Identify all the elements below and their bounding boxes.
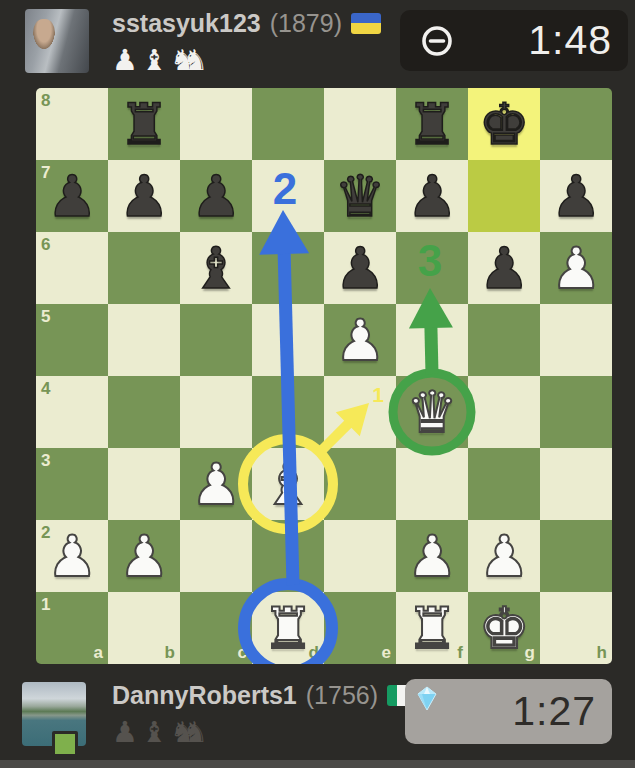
- file-label-h: h: [597, 643, 607, 663]
- diamond-gem-icon: [412, 684, 442, 714]
- rank-label-4: 4: [41, 379, 50, 399]
- square-c7[interactable]: ♟: [180, 160, 252, 232]
- square-d4[interactable]: [252, 376, 324, 448]
- square-a5[interactable]: 5: [36, 304, 108, 376]
- white-pawn-e5[interactable]: ♟: [324, 304, 396, 376]
- file-label-e: e: [382, 643, 391, 663]
- white-queen-f4[interactable]: ♛: [396, 376, 468, 448]
- square-e5[interactable]: ♟: [324, 304, 396, 376]
- square-c8[interactable]: [180, 88, 252, 160]
- square-e1[interactable]: e: [324, 592, 396, 664]
- square-d1[interactable]: d♜: [252, 592, 324, 664]
- square-g3[interactable]: [468, 448, 540, 520]
- square-c3[interactable]: ♟: [180, 448, 252, 520]
- white-pawn-a2[interactable]: ♟: [36, 520, 108, 592]
- top-clock-time: 1:48: [528, 17, 612, 64]
- square-d3[interactable]: ♝: [252, 448, 324, 520]
- square-a2[interactable]: 2♟: [36, 520, 108, 592]
- captured-knight-icon: ♞: [182, 45, 208, 75]
- black-pawn-f7[interactable]: ♟: [396, 160, 468, 232]
- captured-knight-icon: ♞: [182, 717, 208, 747]
- bottom-captured-pieces-tray: ♟♝♞♞: [112, 713, 417, 747]
- square-b4[interactable]: [108, 376, 180, 448]
- top-player-username[interactable]: sstasyuk123: [112, 9, 261, 38]
- square-h3[interactable]: [540, 448, 612, 520]
- square-g1[interactable]: g♚: [468, 592, 540, 664]
- square-f2[interactable]: ♟: [396, 520, 468, 592]
- captured-pawn-icon: ♟: [112, 717, 138, 747]
- square-e7[interactable]: ♛: [324, 160, 396, 232]
- bottom-player-username[interactable]: DannyRoberts1: [112, 681, 297, 710]
- square-h4[interactable]: [540, 376, 612, 448]
- black-rook-b8[interactable]: ♜: [108, 88, 180, 160]
- square-h1[interactable]: h: [540, 592, 612, 664]
- square-f8[interactable]: ♜: [396, 88, 468, 160]
- square-b3[interactable]: [108, 448, 180, 520]
- square-g7[interactable]: [468, 160, 540, 232]
- square-h8[interactable]: [540, 88, 612, 160]
- square-e4[interactable]: [324, 376, 396, 448]
- square-b2[interactable]: ♟: [108, 520, 180, 592]
- white-king-g1[interactable]: ♚: [468, 592, 540, 664]
- square-a4[interactable]: 4: [36, 376, 108, 448]
- square-a3[interactable]: 3: [36, 448, 108, 520]
- square-f3[interactable]: [396, 448, 468, 520]
- square-f7[interactable]: ♟: [396, 160, 468, 232]
- bottom-player-bar: DannyRoberts1 (1756) ♟♝♞♞ 1:27: [0, 678, 635, 754]
- white-pawn-f2[interactable]: ♟: [396, 520, 468, 592]
- square-d8[interactable]: [252, 88, 324, 160]
- square-b5[interactable]: [108, 304, 180, 376]
- bottom-clock-time: 1:27: [512, 688, 596, 735]
- captured-bishop-icon: ♝: [141, 717, 167, 747]
- square-f4[interactable]: ♛: [396, 376, 468, 448]
- file-label-a: a: [94, 643, 103, 663]
- black-pawn-c7[interactable]: ♟: [180, 160, 252, 232]
- chess-board[interactable]: 8♜♜♚7♟♟♟♛♟♟6♝♟♟♟5♟4♛3♟♝2♟♟♟♟1abcd♜ef♜g♚h…: [36, 88, 612, 664]
- square-f5[interactable]: [396, 304, 468, 376]
- square-b8[interactable]: ♜: [108, 88, 180, 160]
- square-g4[interactable]: [468, 376, 540, 448]
- rank-label-1: 1: [41, 595, 50, 615]
- square-c4[interactable]: [180, 376, 252, 448]
- captured-bishop-icon: ♝: [141, 45, 167, 75]
- square-d5[interactable]: [252, 304, 324, 376]
- top-captured-pieces-tray: ♟♝♞♞: [112, 41, 381, 75]
- square-e6[interactable]: ♟: [324, 232, 396, 304]
- ukraine-flag-icon: [351, 13, 381, 34]
- black-queen-e7[interactable]: ♛: [324, 160, 396, 232]
- top-player-rating: (1879): [270, 9, 342, 38]
- square-a7[interactable]: 7♟: [36, 160, 108, 232]
- square-d2[interactable]: [252, 520, 324, 592]
- square-g6[interactable]: ♟: [468, 232, 540, 304]
- bottom-player-rating: (1756): [306, 681, 378, 710]
- square-f1[interactable]: f♜: [396, 592, 468, 664]
- square-e2[interactable]: [324, 520, 396, 592]
- black-bishop-c6[interactable]: ♝: [180, 232, 252, 304]
- black-pawn-e6[interactable]: ♟: [324, 232, 396, 304]
- top-player-avatar[interactable]: [25, 9, 89, 73]
- square-g2[interactable]: ♟: [468, 520, 540, 592]
- online-status-badge: [52, 731, 78, 757]
- black-pawn-h7[interactable]: ♟: [540, 160, 612, 232]
- square-h6[interactable]: ♟: [540, 232, 612, 304]
- black-pawn-g6[interactable]: ♟: [468, 232, 540, 304]
- square-e3[interactable]: [324, 448, 396, 520]
- square-e8[interactable]: [324, 88, 396, 160]
- rank-label-5: 5: [41, 307, 50, 327]
- square-h7[interactable]: ♟: [540, 160, 612, 232]
- white-pawn-c3[interactable]: ♟: [180, 448, 252, 520]
- square-c1[interactable]: c: [180, 592, 252, 664]
- file-label-b: b: [165, 643, 175, 663]
- rank-label-3: 3: [41, 451, 50, 471]
- square-b7[interactable]: ♟: [108, 160, 180, 232]
- white-bishop-d3[interactable]: ♝: [252, 448, 324, 520]
- square-d7[interactable]: [252, 160, 324, 232]
- square-d6[interactable]: [252, 232, 324, 304]
- top-player-bar: sstasyuk123 (1879) ♟♝♞♞ 1:48: [0, 6, 635, 82]
- captured-pawn-icon: ♟: [112, 45, 138, 75]
- white-pawn-b2[interactable]: ♟: [108, 520, 180, 592]
- rank-label-8: 8: [41, 91, 50, 111]
- file-label-c: c: [238, 643, 247, 663]
- top-player-clock: 1:48: [400, 10, 628, 71]
- white-pawn-g2[interactable]: ♟: [468, 520, 540, 592]
- black-rook-f8[interactable]: ♜: [396, 88, 468, 160]
- square-c5[interactable]: [180, 304, 252, 376]
- square-c6[interactable]: ♝: [180, 232, 252, 304]
- bottom-strip: [0, 760, 635, 768]
- white-rook-f1[interactable]: ♜: [396, 592, 468, 664]
- square-c2[interactable]: [180, 520, 252, 592]
- white-pawn-h6[interactable]: ♟: [540, 232, 612, 304]
- black-king-g8[interactable]: ♚: [468, 88, 540, 160]
- square-a8[interactable]: 8: [36, 88, 108, 160]
- square-a1[interactable]: 1a: [36, 592, 108, 664]
- square-h2[interactable]: [540, 520, 612, 592]
- white-rook-d1[interactable]: ♜: [252, 592, 324, 664]
- square-g5[interactable]: [468, 304, 540, 376]
- square-h5[interactable]: [540, 304, 612, 376]
- rank-label-6: 6: [41, 235, 50, 255]
- square-b1[interactable]: b: [108, 592, 180, 664]
- black-pawn-b7[interactable]: ♟: [108, 160, 180, 232]
- bottom-player-clock: 1:27: [405, 679, 612, 744]
- black-pawn-a7[interactable]: ♟: [36, 160, 108, 232]
- square-g8[interactable]: ♚: [468, 88, 540, 160]
- square-b6[interactable]: [108, 232, 180, 304]
- square-f6[interactable]: [396, 232, 468, 304]
- game-screen: sstasyuk123 (1879) ♟♝♞♞ 1:48 8♜♜♚7♟♟♟♛♟♟…: [0, 0, 635, 768]
- circle-minus-icon: [421, 25, 453, 57]
- square-a6[interactable]: 6: [36, 232, 108, 304]
